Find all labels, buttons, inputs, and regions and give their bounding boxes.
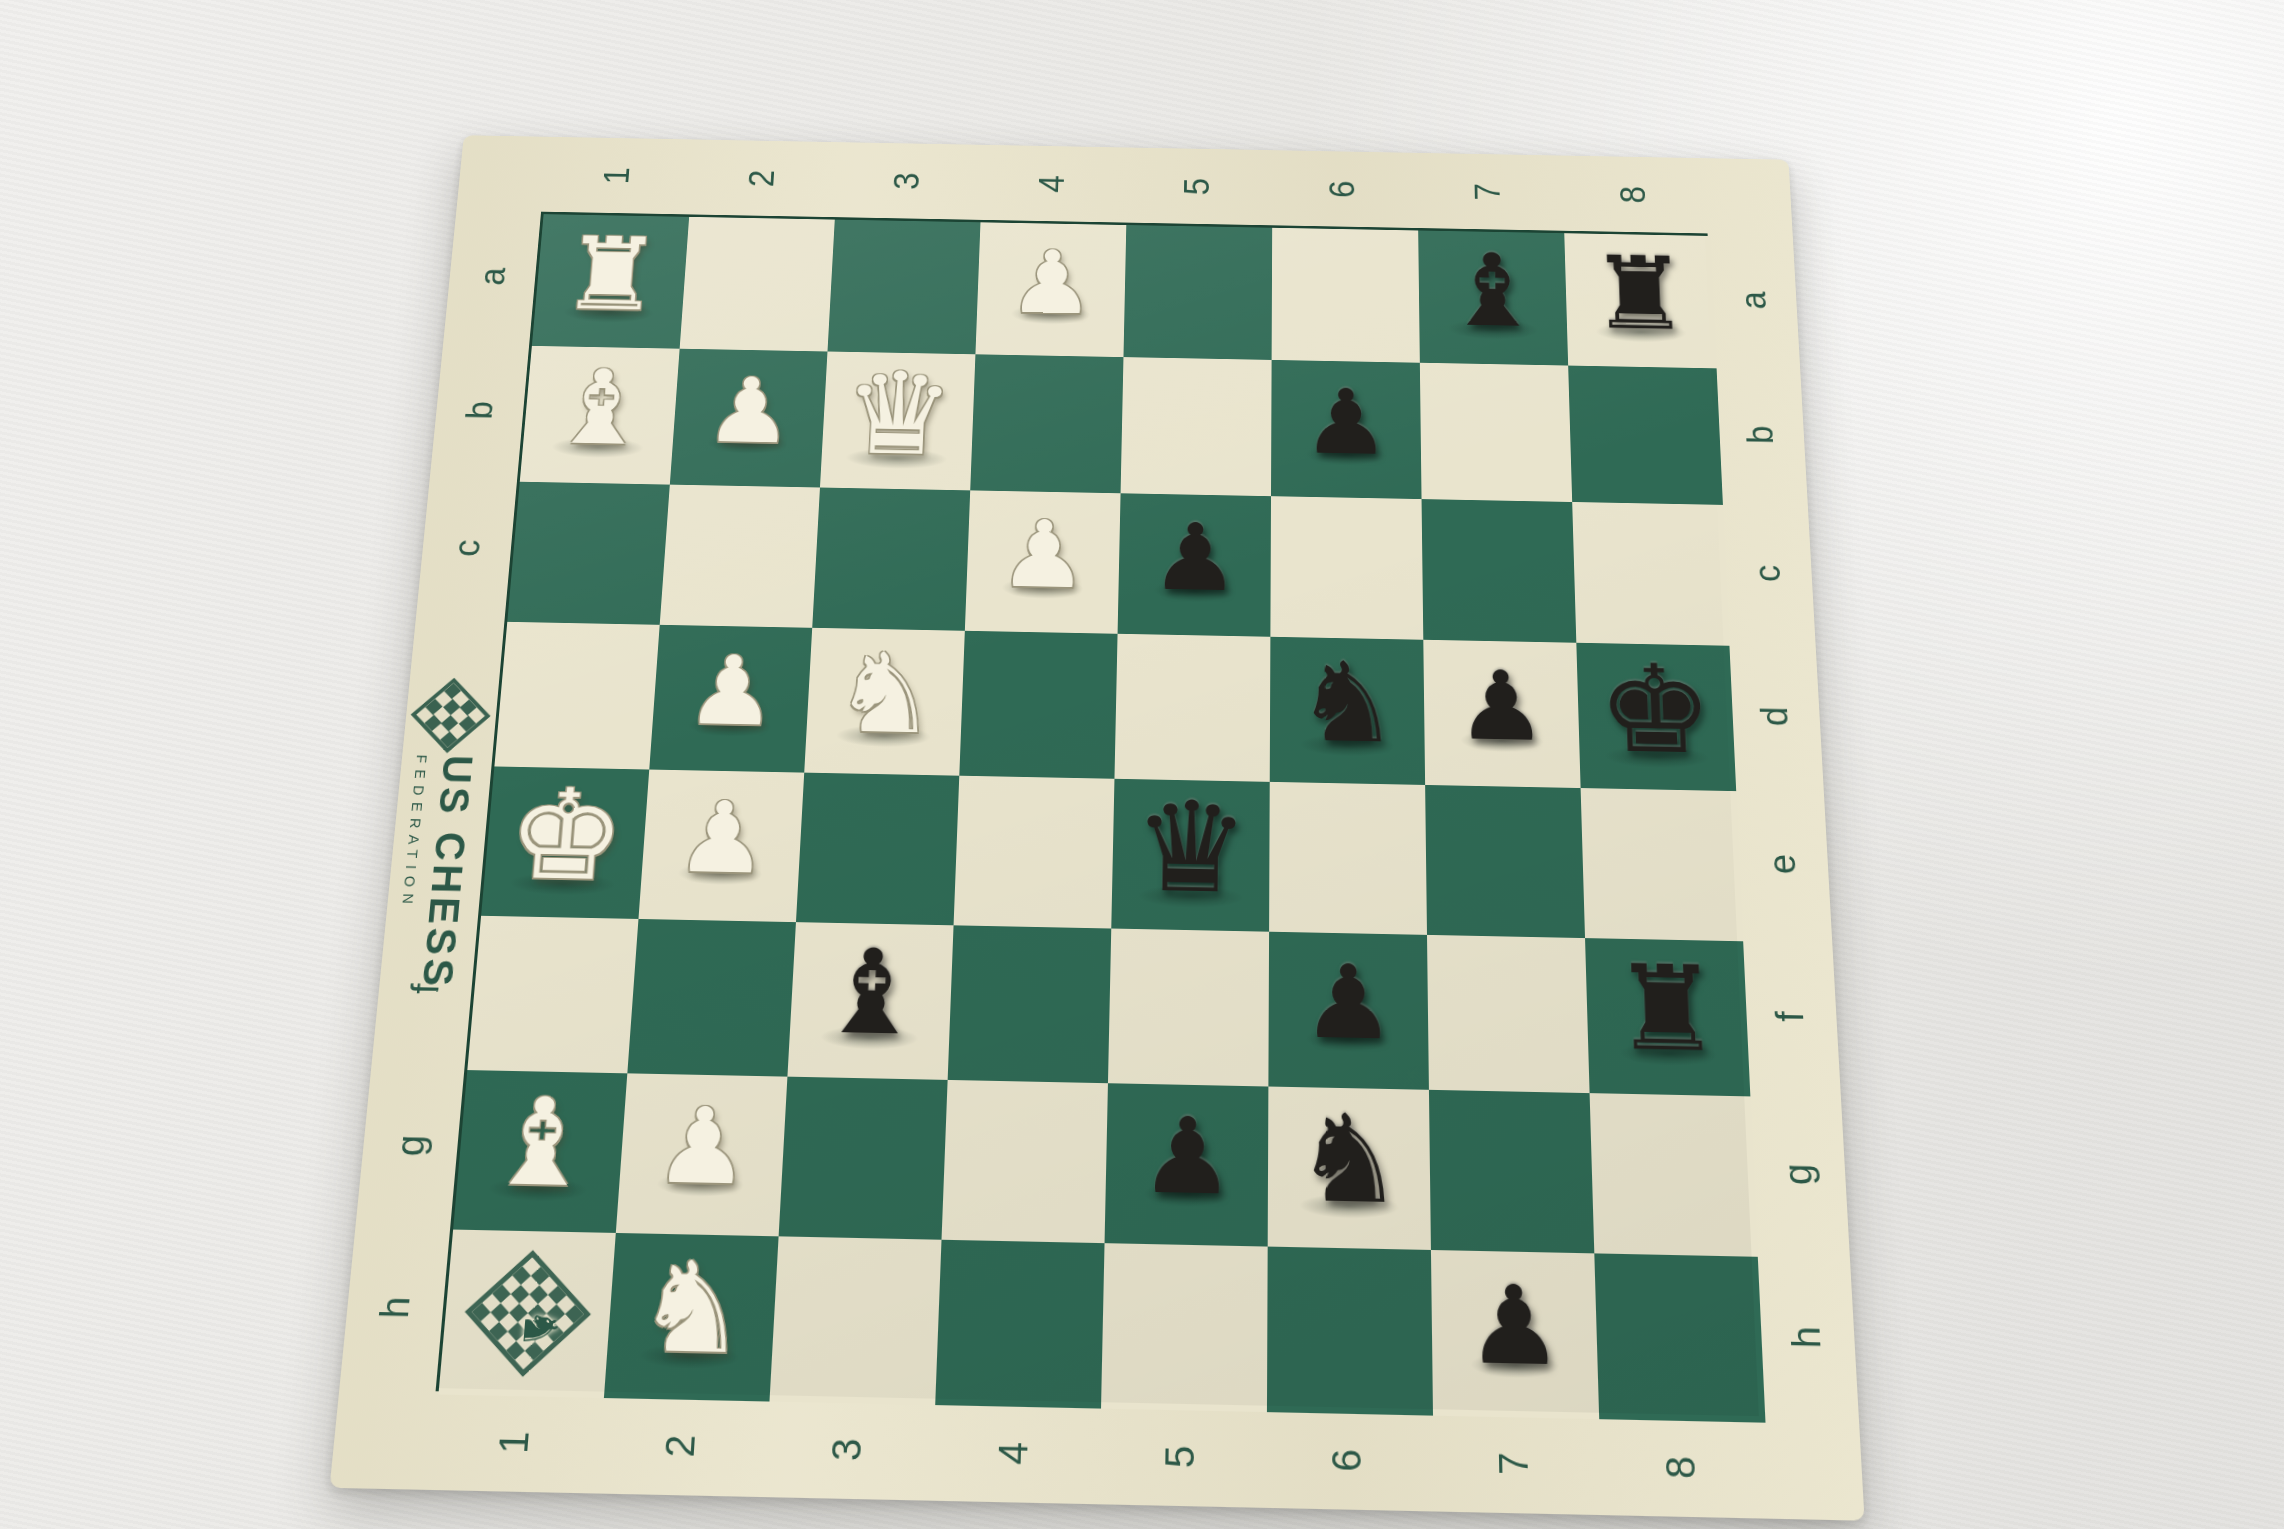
square-d8[interactable]: ♚	[1576, 642, 1736, 790]
coordinate-label-3: 3	[887, 171, 927, 190]
piece-white-pawn-g2[interactable]: ♟	[652, 1092, 754, 1199]
square-f1[interactable]	[467, 915, 638, 1073]
piece-white-bishop-b1[interactable]: ♝	[546, 355, 656, 460]
square-b5[interactable]	[1121, 357, 1272, 496]
coordinate-label-f: f	[403, 982, 447, 994]
piece-black-pawn-h7[interactable]: ♟	[1465, 1270, 1564, 1381]
square-f8[interactable]: ♜	[1585, 938, 1750, 1096]
square-g2[interactable]: ♟	[616, 1073, 788, 1236]
piece-black-rook-f8[interactable]: ♜	[1611, 949, 1724, 1069]
coordinate-label-b: b	[459, 399, 501, 419]
square-e8[interactable]	[1581, 788, 1744, 941]
piece-black-pawn-g5[interactable]: ♟	[1139, 1102, 1236, 1209]
square-h1[interactable]: ♞	[438, 1229, 615, 1397]
square-b8[interactable]	[1568, 365, 1723, 504]
square-a5[interactable]	[1123, 225, 1272, 360]
coordinate-label-6: 6	[1324, 1447, 1369, 1472]
square-h3[interactable]	[769, 1236, 941, 1405]
square-h5[interactable]	[1101, 1243, 1268, 1412]
coordinate-label-a: a	[472, 266, 514, 285]
coordinate-label-g: g	[388, 1133, 434, 1156]
piece-black-knight-g6[interactable]: ♞	[1294, 1098, 1405, 1222]
square-d4[interactable]	[959, 630, 1117, 778]
coordinate-label-h: h	[1783, 1324, 1829, 1348]
uscf-corner-watermark: ♞	[438, 1229, 615, 1397]
square-c8[interactable]	[1572, 501, 1729, 645]
square-b1[interactable]: ♝	[520, 345, 680, 484]
square-c6[interactable]	[1270, 496, 1423, 640]
chess-mat: 12345678 US CHESS FEDERATION abcfgh ♜♟♝♜…	[330, 135, 1865, 1520]
piece-black-king-d8[interactable]: ♚	[1596, 647, 1716, 771]
square-c4[interactable]: ♟	[965, 490, 1121, 633]
coordinate-label-e: e	[1760, 852, 1804, 874]
square-b4[interactable]	[970, 354, 1123, 493]
square-g3[interactable]	[779, 1076, 948, 1239]
square-a6[interactable]	[1272, 227, 1420, 362]
chess-mat-perspective-wrap: 12345678 US CHESS FEDERATION abcfgh ♜♟♝♜…	[330, 135, 1865, 1520]
coordinate-label-5: 5	[1177, 176, 1217, 195]
square-h2[interactable]: ♞	[604, 1232, 779, 1401]
piece-white-queen-b3[interactable]: ♛	[840, 356, 957, 472]
square-b3[interactable]: ♛	[820, 351, 975, 490]
square-h7[interactable]: ♟	[1431, 1249, 1599, 1418]
square-g1[interactable]: ♝	[453, 1070, 627, 1233]
coordinate-label-4: 4	[1032, 174, 1072, 193]
square-f2[interactable]	[627, 918, 796, 1076]
coordinate-label-3: 3	[824, 1436, 870, 1461]
square-g6[interactable]: ♞	[1268, 1086, 1431, 1249]
coordinate-label-a: a	[1733, 290, 1774, 309]
uscf-logo-text: US CHESS FEDERATION	[391, 754, 482, 990]
square-e3[interactable]	[796, 772, 959, 925]
square-f7[interactable]	[1427, 934, 1590, 1092]
piece-black-queen-e5[interactable]: ♛	[1131, 783, 1250, 910]
coordinate-label-c: c	[1746, 563, 1788, 582]
square-c3[interactable]	[812, 487, 970, 630]
coordinate-label-1: 1	[491, 1429, 538, 1454]
square-f4[interactable]	[948, 925, 1112, 1083]
square-e2[interactable]: ♟	[638, 769, 804, 922]
square-f5[interactable]	[1108, 928, 1269, 1086]
coordinate-label-h: h	[372, 1295, 419, 1319]
square-f3[interactable]: ♝	[787, 922, 953, 1080]
coordinate-label-g: g	[1775, 1162, 1820, 1185]
piece-black-bishop-a7[interactable]: ♝	[1442, 240, 1544, 342]
uscf-knight-diamond-icon	[411, 677, 491, 752]
piece-white-knight-d3[interactable]: ♞	[830, 638, 940, 750]
square-c2[interactable]	[660, 484, 820, 627]
piece-black-knight-d6[interactable]: ♞	[1295, 647, 1401, 759]
coordinate-label-2: 2	[657, 1433, 704, 1458]
coordinate-label-8: 8	[1658, 1454, 1704, 1479]
square-a2[interactable]	[680, 216, 835, 351]
piece-black-rook-a8[interactable]: ♜	[1588, 242, 1692, 344]
square-d3[interactable]: ♞	[804, 627, 965, 775]
piece-white-bishop-g1[interactable]: ♝	[481, 1081, 601, 1204]
square-e7[interactable]	[1425, 784, 1585, 937]
piece-white-rook-a1[interactable]: ♜	[557, 223, 665, 325]
coordinate-label-b: b	[1739, 424, 1781, 444]
piece-white-pawn-e2[interactable]: ♟	[673, 787, 771, 887]
square-d2[interactable]: ♟	[649, 624, 812, 772]
coordinate-label-6: 6	[1322, 179, 1362, 198]
coordinate-label-8: 8	[1613, 184, 1653, 203]
square-b6[interactable]: ♟	[1271, 359, 1422, 498]
square-a3[interactable]	[827, 219, 980, 354]
piece-white-pawn-b2[interactable]: ♟	[703, 365, 797, 456]
piece-black-pawn-d7[interactable]: ♟	[1455, 657, 1548, 754]
square-g4[interactable]	[942, 1079, 1108, 1242]
piece-white-king-e1[interactable]: ♚	[503, 771, 630, 898]
square-g7[interactable]	[1429, 1089, 1594, 1253]
piece-black-pawn-b6[interactable]: ♟	[1302, 376, 1391, 467]
square-g5[interactable]: ♟	[1105, 1083, 1269, 1246]
coordinate-label-d: d	[1753, 705, 1796, 726]
square-e1[interactable]: ♚	[481, 766, 649, 919]
square-h8[interactable]	[1594, 1253, 1765, 1422]
square-f6[interactable]: ♟	[1268, 931, 1429, 1089]
square-c7[interactable]	[1422, 499, 1577, 643]
piece-white-knight-h2[interactable]: ♞	[632, 1244, 752, 1372]
square-c1[interactable]	[507, 481, 670, 624]
square-e4[interactable]	[954, 775, 1115, 928]
square-a7[interactable]: ♝	[1418, 230, 1568, 365]
square-e6[interactable]	[1269, 781, 1427, 934]
piece-black-pawn-f6[interactable]: ♟	[1301, 950, 1395, 1054]
piece-white-pawn-d2[interactable]: ♟	[683, 642, 780, 739]
square-a4[interactable]: ♟	[975, 222, 1126, 357]
square-c5[interactable]: ♟	[1118, 493, 1271, 636]
square-d6[interactable]: ♞	[1270, 636, 1425, 784]
piece-white-pawn-a4[interactable]: ♟	[1007, 238, 1096, 326]
square-h4[interactable]	[935, 1239, 1104, 1408]
square-b7[interactable]	[1420, 362, 1572, 501]
coordinate-label-4: 4	[990, 1440, 1036, 1465]
chess-board: ♜♟♝♜♝♟♛♟♟♟♟♞♞♟♚♚♟♛♝♟♜♝♟♟♞♞♞♟	[436, 211, 1763, 1419]
coordinate-label-2: 2	[741, 168, 782, 187]
coordinate-label-5: 5	[1157, 1443, 1203, 1468]
coordinate-label-c: c	[446, 538, 489, 557]
square-b2[interactable]: ♟	[670, 348, 828, 487]
square-d1[interactable]	[494, 621, 659, 769]
coordinate-label-7: 7	[1468, 182, 1508, 201]
piece-white-pawn-c4[interactable]: ♟	[997, 507, 1089, 601]
coordinate-label-1: 1	[596, 166, 637, 185]
square-e5[interactable]: ♛	[1111, 778, 1269, 931]
piece-black-pawn-c5[interactable]: ♟	[1149, 510, 1240, 604]
coordinate-label-7: 7	[1491, 1451, 1537, 1476]
coordinate-label-f: f	[1768, 1010, 1812, 1022]
square-g8[interactable]	[1590, 1093, 1758, 1257]
square-d5[interactable]	[1114, 633, 1270, 781]
square-d7[interactable]: ♟	[1423, 639, 1580, 787]
square-h6[interactable]	[1267, 1246, 1433, 1415]
uscf-logo: US CHESS FEDERATION	[391, 687, 488, 989]
square-a1[interactable]: ♜	[532, 214, 689, 349]
square-a8[interactable]: ♜	[1564, 233, 1716, 368]
piece-black-bishop-f3[interactable]: ♝	[814, 933, 928, 1052]
knight-watermark-icon: ♞	[513, 1306, 569, 1348]
